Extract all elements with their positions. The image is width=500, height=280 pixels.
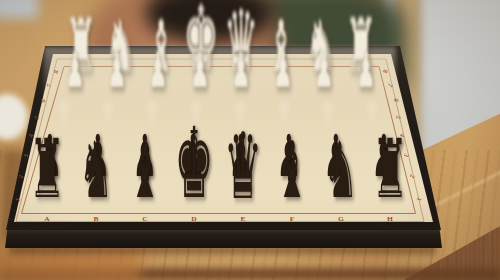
white-pawn-f7: ♟ xyxy=(272,45,292,93)
black-bishop-c1: ♝ xyxy=(129,133,160,211)
white-queen-e8: ♛ xyxy=(223,0,258,83)
white-pawn-e7: ♟ xyxy=(231,45,251,93)
photo-stage: ABCDEFGH1122334455667788 ♜♞♝♚♛♝♞♜♟♟♟♟♟♟♟… xyxy=(0,0,500,280)
black-pawn-e2: ♟ xyxy=(229,128,253,186)
black-bishop-f1: ♝ xyxy=(276,133,307,211)
white-king-d8: ♚ xyxy=(183,0,219,84)
black-pawn-a2: ♟ xyxy=(38,128,62,186)
pieces-layer: ♜♞♝♚♛♝♞♜♟♟♟♟♟♟♟♟♟♟♟♟♟♟♟♟♜♞♝♚♛♝♞♜ xyxy=(0,0,500,280)
white-knight-b8: ♞ xyxy=(105,11,137,82)
black-pawn-h2: ♟ xyxy=(372,128,396,186)
black-knight-g1: ♞ xyxy=(324,133,359,211)
white-pawn-c7: ♟ xyxy=(148,45,168,93)
black-pawn-b2: ♟ xyxy=(86,128,110,186)
white-rook-a8: ♜ xyxy=(64,8,97,82)
white-pawn-h7: ♟ xyxy=(355,45,375,93)
black-knight-b1: ♞ xyxy=(79,133,114,211)
black-rook-a1: ♜ xyxy=(29,129,65,210)
black-pawn-f2: ♟ xyxy=(276,128,300,186)
white-pawn-b7: ♟ xyxy=(106,45,126,93)
white-pawn-g7: ♟ xyxy=(314,45,334,93)
black-queen-e1: ♛ xyxy=(224,120,263,212)
black-pawn-g2: ♟ xyxy=(324,128,348,186)
black-rook-h1: ♜ xyxy=(372,129,408,210)
white-knight-g8: ♞ xyxy=(305,11,337,82)
white-bishop-c8: ♝ xyxy=(147,11,176,82)
white-rook-h8: ♜ xyxy=(344,8,377,82)
black-king-d1: ♚ xyxy=(174,115,214,213)
white-pawn-a7: ♟ xyxy=(65,45,85,93)
white-pawn-d7: ♟ xyxy=(189,45,209,93)
black-pawn-d2: ♟ xyxy=(181,128,205,186)
white-bishop-f8: ♝ xyxy=(267,11,296,82)
black-pawn-c2: ♟ xyxy=(133,128,157,186)
